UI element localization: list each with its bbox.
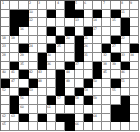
black-cell-14-3 bbox=[19, 114, 28, 123]
clue-number: 50 bbox=[93, 79, 97, 82]
black-cell-2-11 bbox=[93, 10, 102, 19]
clue-number: 34 bbox=[130, 53, 134, 56]
cell-15-5[interactable] bbox=[38, 122, 47, 131]
cell-4-9[interactable] bbox=[75, 27, 84, 36]
black-cell-13-2 bbox=[10, 105, 19, 114]
cell-3-4[interactable]: 12 bbox=[29, 18, 38, 27]
cell-3-9[interactable]: 13 bbox=[75, 18, 84, 27]
cell-15-3[interactable] bbox=[19, 122, 28, 131]
cell-9-9[interactable] bbox=[75, 70, 84, 79]
cell-3-10[interactable] bbox=[84, 18, 93, 27]
cell-14-9[interactable] bbox=[75, 114, 84, 123]
cell-13-10[interactable] bbox=[84, 105, 93, 114]
clue-number: 46 bbox=[121, 70, 125, 73]
cell-2-4[interactable]: 10 bbox=[29, 10, 38, 19]
black-cell-7-9 bbox=[75, 53, 84, 62]
cell-13-15[interactable] bbox=[130, 105, 139, 114]
cell-2-5[interactable] bbox=[38, 10, 47, 19]
clue-number: 24 bbox=[29, 44, 33, 47]
cell-6-5[interactable] bbox=[38, 44, 47, 53]
black-cell-4-10 bbox=[84, 27, 93, 36]
cell-5-3[interactable] bbox=[19, 36, 28, 45]
cell-11-10[interactable]: 54 bbox=[84, 88, 93, 97]
clue-number: 23 bbox=[2, 44, 6, 47]
black-cell-2-9 bbox=[75, 10, 84, 19]
cell-4-5[interactable] bbox=[38, 27, 47, 36]
clue-number: 38 bbox=[103, 62, 107, 65]
black-cell-5-7 bbox=[56, 36, 65, 45]
clue-number: 1 bbox=[2, 1, 4, 4]
cell-1-15[interactable]: 9 bbox=[130, 1, 139, 10]
clue-number: 2 bbox=[29, 1, 31, 4]
clue-number: 51 bbox=[121, 79, 125, 82]
clue-number: 15 bbox=[112, 18, 116, 21]
cell-6-13[interactable]: 27 bbox=[111, 44, 120, 53]
cell-7-10[interactable]: 31 bbox=[84, 53, 93, 62]
black-cell-6-9 bbox=[75, 44, 84, 53]
cell-5-4[interactable] bbox=[29, 36, 38, 45]
clue-number: 35 bbox=[20, 62, 24, 65]
cell-2-7[interactable] bbox=[56, 10, 65, 19]
clue-number: 6 bbox=[84, 1, 86, 4]
black-cell-14-5 bbox=[38, 114, 47, 123]
cell-11-13[interactable]: 55 bbox=[111, 88, 120, 97]
clue-number: 31 bbox=[84, 53, 88, 56]
black-cell-3-2 bbox=[10, 18, 19, 27]
clue-number: 22 bbox=[121, 36, 125, 39]
cell-3-13[interactable]: 15 bbox=[111, 18, 120, 27]
cell-10-9[interactable] bbox=[75, 79, 84, 88]
cell-11-6[interactable] bbox=[47, 88, 56, 97]
clue-number: 63 bbox=[11, 114, 15, 117]
clue-number: 30 bbox=[47, 53, 51, 56]
cell-10-11[interactable]: 50 bbox=[93, 79, 102, 88]
cell-5-5[interactable] bbox=[38, 36, 47, 45]
cell-13-12[interactable] bbox=[102, 105, 111, 114]
cell-10-2[interactable]: 47 bbox=[10, 79, 19, 88]
cell-1-5[interactable]: 3 bbox=[38, 1, 47, 10]
cell-5-10[interactable]: 21 bbox=[84, 36, 93, 45]
cell-3-1[interactable] bbox=[1, 18, 10, 27]
cell-7-14[interactable]: 33 bbox=[121, 53, 130, 62]
cell-10-14[interactable]: 51 bbox=[121, 79, 130, 88]
cell-6-8[interactable] bbox=[65, 44, 74, 53]
cell-1-1[interactable]: 1 bbox=[1, 1, 10, 10]
crossword-grid: 1234567891011121314151617181920212223242… bbox=[0, 0, 139, 131]
black-cell-4-8 bbox=[65, 27, 74, 36]
cell-1-4[interactable]: 2 bbox=[29, 1, 38, 10]
black-cell-6-6 bbox=[47, 44, 56, 53]
black-cell-2-13 bbox=[111, 10, 120, 19]
clue-number: 57 bbox=[57, 96, 61, 99]
cell-5-1[interactable]: 18 bbox=[1, 36, 10, 45]
cell-13-6[interactable]: 61 bbox=[47, 105, 56, 114]
cell-13-11[interactable] bbox=[93, 105, 102, 114]
black-cell-9-3 bbox=[19, 70, 28, 79]
cell-7-3[interactable]: 29 bbox=[19, 53, 28, 62]
clue-number: 42 bbox=[29, 70, 33, 73]
cell-11-8[interactable] bbox=[65, 88, 74, 97]
cell-3-7[interactable] bbox=[56, 18, 65, 27]
black-cell-5-13 bbox=[111, 36, 120, 45]
clue-number: 4 bbox=[57, 1, 59, 4]
cell-1-9[interactable]: 5 bbox=[75, 1, 84, 10]
cell-8-12[interactable]: 38 bbox=[102, 62, 111, 71]
cell-3-11[interactable]: 14 bbox=[93, 18, 102, 27]
cell-15-7[interactable] bbox=[56, 122, 65, 131]
cell-1-10[interactable]: 6 bbox=[84, 1, 93, 10]
cell-11-15[interactable] bbox=[130, 88, 139, 97]
cell-5-6[interactable] bbox=[47, 36, 56, 45]
clue-number: 13 bbox=[75, 18, 79, 21]
cell-14-4[interactable] bbox=[29, 114, 38, 123]
clue-number: 48 bbox=[38, 79, 42, 82]
cell-2-1[interactable] bbox=[1, 10, 10, 19]
clue-number: 37 bbox=[75, 62, 79, 65]
clue-number: 45 bbox=[103, 70, 107, 73]
cell-5-14[interactable]: 22 bbox=[121, 36, 130, 45]
clue-number: 9 bbox=[130, 1, 132, 4]
cell-13-8[interactable] bbox=[65, 105, 74, 114]
cell-12-7[interactable]: 57 bbox=[56, 96, 65, 105]
cell-12-15[interactable] bbox=[130, 96, 139, 105]
clue-number: 61 bbox=[47, 105, 51, 108]
clue-number: 8 bbox=[121, 1, 123, 4]
black-cell-9-11 bbox=[93, 70, 102, 79]
black-cell-14-10 bbox=[84, 114, 93, 123]
black-cell-12-10 bbox=[84, 96, 93, 105]
cell-4-7[interactable] bbox=[56, 27, 65, 36]
black-cell-2-8 bbox=[65, 10, 74, 19]
clue-number: 18 bbox=[2, 36, 6, 39]
clue-number: 64 bbox=[93, 114, 97, 117]
cell-8-3[interactable]: 35 bbox=[19, 62, 28, 71]
cell-2-12[interactable] bbox=[102, 10, 111, 19]
clue-number: 26 bbox=[84, 44, 88, 47]
cell-3-8[interactable] bbox=[65, 18, 74, 27]
cell-5-15[interactable] bbox=[130, 36, 139, 45]
black-cell-10-13 bbox=[111, 79, 120, 88]
cell-11-1[interactable]: 52 bbox=[1, 88, 10, 97]
cell-7-2[interactable] bbox=[10, 53, 19, 62]
cell-3-15[interactable] bbox=[130, 18, 139, 27]
cell-12-1[interactable] bbox=[1, 96, 10, 105]
clue-number: 21 bbox=[84, 36, 88, 39]
cell-3-5[interactable] bbox=[38, 18, 47, 27]
cell-5-11[interactable] bbox=[93, 36, 102, 45]
cell-1-11[interactable] bbox=[93, 1, 102, 10]
cell-9-13[interactable] bbox=[111, 70, 120, 79]
clue-number: 33 bbox=[121, 53, 125, 56]
cell-13-4[interactable] bbox=[29, 105, 38, 114]
black-cell-10-10 bbox=[84, 79, 93, 88]
cell-6-2[interactable] bbox=[10, 44, 19, 53]
clue-number: 49 bbox=[66, 79, 70, 82]
cell-8-9[interactable]: 37 bbox=[75, 62, 84, 71]
clue-number: 29 bbox=[20, 53, 24, 56]
cell-8-6[interactable]: 36 bbox=[47, 62, 56, 71]
cell-7-15[interactable]: 34 bbox=[130, 53, 139, 62]
clue-number: 25 bbox=[57, 44, 61, 47]
black-cell-2-6 bbox=[47, 10, 56, 19]
cell-15-11[interactable] bbox=[93, 122, 102, 131]
cell-7-11[interactable] bbox=[93, 53, 102, 62]
black-cell-5-9 bbox=[75, 36, 84, 45]
cell-11-5[interactable] bbox=[38, 88, 47, 97]
black-cell-13-13 bbox=[111, 105, 120, 114]
black-cell-15-8 bbox=[65, 122, 74, 131]
cell-14-6[interactable] bbox=[47, 114, 56, 123]
black-cell-10-1 bbox=[1, 79, 10, 88]
cell-12-13[interactable] bbox=[111, 96, 120, 105]
cell-5-12[interactable] bbox=[102, 36, 111, 45]
cell-6-11[interactable] bbox=[93, 44, 102, 53]
clue-number: 40 bbox=[2, 70, 6, 73]
clue-number: 10 bbox=[29, 10, 33, 13]
cell-14-1[interactable]: 62 bbox=[1, 114, 10, 123]
cell-1-3[interactable] bbox=[19, 1, 28, 10]
cell-15-10[interactable] bbox=[84, 122, 93, 131]
cell-3-12[interactable] bbox=[102, 18, 111, 27]
cell-6-1[interactable]: 23 bbox=[1, 44, 10, 53]
cell-14-11[interactable]: 64 bbox=[93, 114, 102, 123]
cell-8-7[interactable] bbox=[56, 62, 65, 71]
cell-15-6[interactable] bbox=[47, 122, 56, 131]
cell-8-10[interactable] bbox=[84, 62, 93, 71]
cell-10-5[interactable]: 48 bbox=[38, 79, 47, 88]
cell-11-14[interactable] bbox=[121, 88, 130, 97]
cell-9-10[interactable] bbox=[84, 70, 93, 79]
cell-9-14[interactable]: 46 bbox=[121, 70, 130, 79]
cell-7-7[interactable] bbox=[56, 53, 65, 62]
cell-14-15[interactable] bbox=[130, 114, 139, 123]
cell-1-13[interactable] bbox=[111, 1, 120, 10]
clue-number: 44 bbox=[66, 70, 70, 73]
black-cell-7-5 bbox=[38, 53, 47, 62]
cell-13-9[interactable] bbox=[75, 105, 84, 114]
black-cell-12-6 bbox=[47, 96, 56, 105]
black-cell-10-7 bbox=[56, 79, 65, 88]
clue-number: 47 bbox=[11, 79, 15, 82]
cell-15-14[interactable] bbox=[121, 122, 130, 131]
clue-number: 52 bbox=[2, 88, 6, 91]
black-cell-9-7 bbox=[56, 70, 65, 79]
cell-15-12[interactable] bbox=[102, 122, 111, 131]
cell-10-8[interactable]: 49 bbox=[65, 79, 74, 88]
cell-6-7[interactable]: 25 bbox=[56, 44, 65, 53]
clue-number: 19 bbox=[11, 36, 15, 39]
cell-12-12[interactable] bbox=[102, 96, 111, 105]
black-cell-1-8 bbox=[65, 1, 74, 10]
clue-number: 43 bbox=[38, 70, 42, 73]
cell-10-3[interactable] bbox=[19, 79, 28, 88]
cell-11-12[interactable] bbox=[102, 88, 111, 97]
clue-number: 28 bbox=[2, 53, 6, 56]
cell-15-4[interactable] bbox=[29, 122, 38, 131]
clue-number: 7 bbox=[103, 1, 105, 4]
black-cell-2-2 bbox=[10, 10, 19, 19]
clue-number: 27 bbox=[112, 44, 116, 47]
clue-number: 66 bbox=[75, 122, 79, 125]
clue-number: 36 bbox=[47, 62, 51, 65]
cell-9-4[interactable]: 42 bbox=[29, 70, 38, 79]
black-cell-12-2 bbox=[10, 96, 19, 105]
cell-13-7[interactable] bbox=[56, 105, 65, 114]
black-cell-11-3 bbox=[19, 88, 28, 97]
cell-2-10[interactable] bbox=[84, 10, 93, 19]
black-cell-13-14 bbox=[121, 105, 130, 114]
cell-9-12[interactable]: 45 bbox=[102, 70, 111, 79]
cell-1-14[interactable]: 8 bbox=[121, 1, 130, 10]
black-cell-8-2 bbox=[10, 62, 19, 71]
cell-2-15[interactable] bbox=[130, 10, 139, 19]
clue-number: 16 bbox=[20, 27, 24, 30]
cell-1-6[interactable] bbox=[47, 1, 56, 10]
cell-15-15[interactable] bbox=[130, 122, 139, 131]
clue-number: 39 bbox=[112, 62, 116, 65]
cell-1-2[interactable] bbox=[10, 1, 19, 10]
cell-4-3[interactable]: 16 bbox=[19, 27, 28, 36]
clue-number: 53 bbox=[29, 88, 33, 91]
cell-4-4[interactable] bbox=[29, 27, 38, 36]
black-cell-14-8 bbox=[65, 114, 74, 123]
cell-7-1[interactable]: 28 bbox=[1, 53, 10, 62]
cell-9-5[interactable]: 43 bbox=[38, 70, 47, 79]
black-cell-12-8 bbox=[65, 96, 74, 105]
clue-number: 12 bbox=[29, 18, 33, 21]
cell-10-15[interactable] bbox=[130, 79, 139, 88]
black-cell-14-14 bbox=[121, 114, 130, 123]
cell-9-1[interactable]: 40 bbox=[1, 70, 10, 79]
cell-15-1[interactable]: 65 bbox=[1, 122, 10, 131]
black-cell-4-6 bbox=[47, 27, 56, 36]
clue-number: 62 bbox=[2, 114, 6, 117]
cell-5-8[interactable]: 20 bbox=[65, 36, 74, 45]
black-cell-12-14 bbox=[121, 96, 130, 105]
cell-1-12[interactable]: 7 bbox=[102, 1, 111, 10]
black-cell-10-4 bbox=[29, 79, 38, 88]
cell-9-15[interactable] bbox=[130, 70, 139, 79]
cell-10-6[interactable] bbox=[47, 79, 56, 88]
cell-11-4[interactable]: 53 bbox=[29, 88, 38, 97]
cell-13-3[interactable]: 60 bbox=[19, 105, 28, 114]
cell-15-9[interactable]: 66 bbox=[75, 122, 84, 131]
cell-13-1[interactable] bbox=[1, 105, 10, 114]
cell-7-6[interactable]: 30 bbox=[47, 53, 56, 62]
black-cell-6-3 bbox=[19, 44, 28, 53]
cell-5-2[interactable]: 19 bbox=[10, 36, 19, 45]
clue-number: 32 bbox=[103, 53, 107, 56]
cell-12-9[interactable]: 58 bbox=[75, 96, 84, 105]
black-cell-6-12 bbox=[102, 44, 111, 53]
clue-number: 17 bbox=[93, 27, 97, 30]
cell-15-2[interactable] bbox=[10, 122, 19, 131]
black-cell-8-8 bbox=[65, 62, 74, 71]
cell-6-10[interactable]: 26 bbox=[84, 44, 93, 53]
cell-8-1[interactable] bbox=[1, 62, 10, 71]
black-cell-3-3 bbox=[19, 18, 28, 27]
cell-9-8[interactable]: 44 bbox=[65, 70, 74, 79]
cell-4-11[interactable]: 17 bbox=[93, 27, 102, 36]
cell-4-15[interactable] bbox=[130, 27, 139, 36]
clue-number: 56 bbox=[20, 96, 24, 99]
cell-8-15[interactable] bbox=[130, 62, 139, 71]
cell-15-13[interactable] bbox=[111, 122, 120, 131]
cell-4-1[interactable] bbox=[1, 27, 10, 36]
black-cell-3-14 bbox=[121, 18, 130, 27]
black-cell-7-13 bbox=[111, 53, 120, 62]
cell-11-11[interactable] bbox=[93, 88, 102, 97]
cell-12-4[interactable] bbox=[29, 96, 38, 105]
cell-7-12[interactable]: 32 bbox=[102, 53, 111, 62]
cell-4-13[interactable] bbox=[111, 27, 120, 36]
cell-2-14[interactable]: 11 bbox=[121, 10, 130, 19]
clue-number: 41 bbox=[11, 70, 15, 73]
cell-8-4[interactable] bbox=[29, 62, 38, 71]
black-cell-4-14 bbox=[121, 27, 130, 36]
cell-7-4[interactable] bbox=[29, 53, 38, 62]
cell-12-11[interactable]: 59 bbox=[93, 96, 102, 105]
cell-1-7[interactable]: 4 bbox=[56, 1, 65, 10]
clue-number: 60 bbox=[20, 105, 24, 108]
cell-6-14[interactable] bbox=[121, 44, 130, 53]
clue-number: 65 bbox=[2, 122, 6, 125]
clue-number: 11 bbox=[121, 10, 125, 13]
clue-number: 20 bbox=[66, 36, 70, 39]
cell-14-2[interactable]: 63 bbox=[10, 114, 19, 123]
cell-3-6[interactable] bbox=[47, 18, 56, 27]
clue-number: 58 bbox=[75, 96, 79, 99]
clue-number: 55 bbox=[112, 88, 116, 91]
clue-number: 14 bbox=[93, 18, 97, 21]
black-cell-8-11 bbox=[93, 62, 102, 71]
cell-9-2[interactable]: 41 bbox=[10, 70, 19, 79]
cell-6-4[interactable]: 24 bbox=[29, 44, 38, 53]
black-cell-4-2 bbox=[10, 27, 19, 36]
cell-8-13[interactable]: 39 bbox=[111, 62, 120, 71]
black-cell-14-7 bbox=[56, 114, 65, 123]
clue-number: 3 bbox=[38, 1, 40, 4]
cell-9-6[interactable] bbox=[47, 70, 56, 79]
cell-12-3[interactable]: 56 bbox=[19, 96, 28, 105]
clue-number: 5 bbox=[75, 1, 77, 4]
black-cell-8-14 bbox=[121, 62, 130, 71]
black-cell-8-5 bbox=[38, 62, 47, 71]
black-cell-2-3 bbox=[19, 10, 28, 19]
cell-11-2[interactable] bbox=[10, 88, 19, 97]
black-cell-14-13 bbox=[111, 114, 120, 123]
cell-10-12[interactable] bbox=[102, 79, 111, 88]
cell-12-5[interactable] bbox=[38, 96, 47, 105]
clue-number: 54 bbox=[84, 88, 88, 91]
cell-4-12[interactable] bbox=[102, 27, 111, 36]
cell-7-8[interactable] bbox=[65, 53, 74, 62]
cell-14-12[interactable] bbox=[102, 114, 111, 123]
black-cell-11-9 bbox=[75, 88, 84, 97]
clue-number: 59 bbox=[93, 96, 97, 99]
black-cell-6-15 bbox=[130, 44, 139, 53]
cell-13-5[interactable] bbox=[38, 105, 47, 114]
black-cell-11-7 bbox=[56, 88, 65, 97]
